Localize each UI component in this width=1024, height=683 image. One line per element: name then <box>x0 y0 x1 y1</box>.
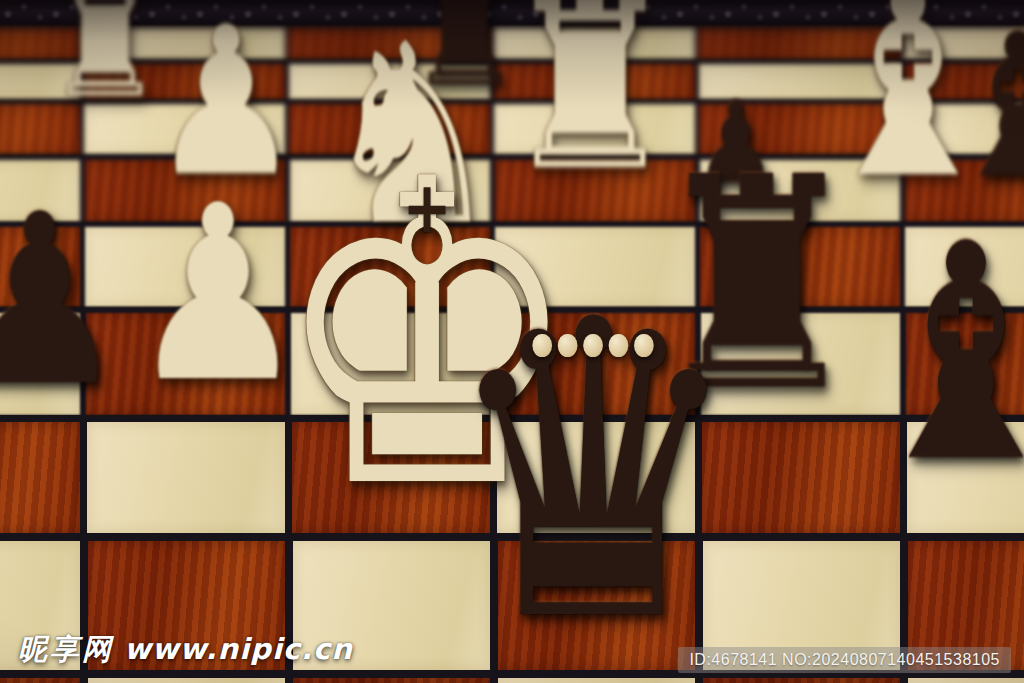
piece-white-bishop-g6: ♝ <box>812 0 1005 186</box>
piece-white-king-d3: ♚+ <box>273 172 582 500</box>
watermark-id-badge: ID:4678141 NO:20240807140451538105 <box>678 647 1011 673</box>
watermark-site: 昵享网www.nipic.cn <box>18 630 353 670</box>
piece-white-rook-c8: ♜ <box>46 0 164 103</box>
chess-photo: ♜♜♟♜♟♝♝♞♟♟♜♚+♝♛ 昵享网www.nipic.cn ID:46781… <box>0 0 1024 683</box>
rook-glyph: ♜ <box>408 0 522 92</box>
piece-dark-bishop-h6: ♝ <box>945 30 1024 184</box>
rook-glyph: ♜ <box>650 172 865 400</box>
piece-dark-queen-e2: ♛ <box>442 313 743 633</box>
rook-glyph: ♜ <box>46 0 164 103</box>
watermark-site-name: 昵享网 <box>18 632 114 666</box>
piece-dark-rook-d8: ♜ <box>408 0 522 92</box>
watermark-site-url: www.nipic.cn <box>124 632 353 666</box>
queen-crown-balls <box>532 334 654 358</box>
piece-dark-pawn-b4: ♟ <box>0 209 126 392</box>
bishop-glyph: ♝ <box>856 238 1024 470</box>
pawn-glyph: ♟ <box>129 200 307 389</box>
piece-white-rook-e6: ♜ <box>502 0 678 178</box>
bishop-glyph: ♝ <box>945 30 1024 184</box>
watermark-id-text: ID:4678141 NO:20240807140451538105 <box>689 651 1000 668</box>
rook-glyph: ♜ <box>502 0 678 178</box>
pawn-glyph: ♟ <box>0 209 126 392</box>
bishop-glyph: ♝ <box>812 0 1005 186</box>
knight-glyph: ♞ <box>321 39 503 232</box>
piece-white-pawn-c6: ♟ <box>151 23 302 183</box>
piece-white-pawn-c4: ♟ <box>129 200 307 389</box>
pawn-glyph: ♟ <box>695 100 777 187</box>
piece-dark-pawn-f6: ♟ <box>695 100 777 187</box>
king-cross-finial: + <box>402 172 451 243</box>
pawn-glyph: ♟ <box>151 23 302 183</box>
queen-glyph: ♛ <box>442 313 743 633</box>
pieces-layer: ♜♜♟♜♟♝♝♞♟♟♜♚+♝♛ <box>0 0 1024 683</box>
piece-dark-rook-f4: ♜ <box>650 172 865 400</box>
piece-dark-bishop-g3: ♝ <box>856 238 1024 470</box>
king-glyph: ♚ <box>273 172 582 500</box>
piece-white-knight-d5: ♞ <box>321 39 503 232</box>
